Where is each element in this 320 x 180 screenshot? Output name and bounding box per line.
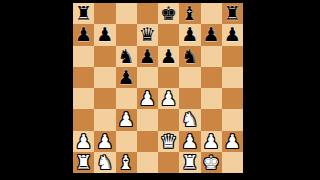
square-c5[interactable]: ♟ <box>116 67 137 88</box>
piece-black-rook: ♜ <box>75 3 92 24</box>
square-b3[interactable] <box>94 109 115 130</box>
piece-black-queen: ♛ <box>139 24 156 45</box>
square-d2[interactable] <box>137 131 158 152</box>
piece-black-king: ♚ <box>160 3 177 24</box>
square-f3[interactable]: ♞ <box>179 109 200 130</box>
square-d1[interactable] <box>137 152 158 173</box>
square-f1[interactable]: ♜ <box>179 152 200 173</box>
piece-black-pawn: ♟ <box>139 46 156 67</box>
square-c7[interactable] <box>116 24 137 45</box>
square-d7[interactable]: ♛ <box>137 24 158 45</box>
square-a2[interactable]: ♟ <box>73 131 94 152</box>
piece-black-pawn: ♟ <box>203 24 220 45</box>
square-a3[interactable] <box>73 109 94 130</box>
square-g8[interactable] <box>201 3 222 24</box>
square-b5[interactable] <box>94 67 115 88</box>
square-d4[interactable]: ♟ <box>137 88 158 109</box>
square-f6[interactable]: ♞ <box>179 46 200 67</box>
square-f4[interactable] <box>179 88 200 109</box>
square-h8[interactable]: ♜ <box>222 3 243 24</box>
piece-white-pawn: ♟ <box>203 131 220 152</box>
piece-white-rook: ♜ <box>75 152 92 173</box>
square-g7[interactable]: ♟ <box>201 24 222 45</box>
piece-white-queen: ♛ <box>160 131 177 152</box>
square-f8[interactable]: ♝ <box>179 3 200 24</box>
square-c3[interactable]: ♟ <box>116 109 137 130</box>
square-b8[interactable] <box>94 3 115 24</box>
piece-black-pawn: ♟ <box>160 46 177 67</box>
square-c4[interactable] <box>116 88 137 109</box>
square-g3[interactable] <box>201 109 222 130</box>
square-c8[interactable] <box>116 3 137 24</box>
piece-white-pawn: ♟ <box>96 131 113 152</box>
piece-white-king: ♚ <box>203 152 220 173</box>
piece-black-pawn: ♟ <box>224 24 241 45</box>
piece-black-knight: ♞ <box>118 46 135 67</box>
square-a5[interactable] <box>73 67 94 88</box>
square-h1[interactable] <box>222 152 243 173</box>
square-b1[interactable]: ♞ <box>94 152 115 173</box>
square-c2[interactable] <box>116 131 137 152</box>
piece-black-pawn: ♟ <box>181 24 198 45</box>
piece-white-bishop: ♝ <box>118 152 135 173</box>
square-g5[interactable] <box>201 67 222 88</box>
piece-white-pawn: ♟ <box>139 88 156 109</box>
piece-white-pawn: ♟ <box>75 131 92 152</box>
square-e3[interactable] <box>158 109 179 130</box>
square-e1[interactable] <box>158 152 179 173</box>
square-e7[interactable] <box>158 24 179 45</box>
piece-white-pawn: ♟ <box>224 131 241 152</box>
square-b6[interactable] <box>94 46 115 67</box>
square-a8[interactable]: ♜ <box>73 3 94 24</box>
square-e5[interactable] <box>158 67 179 88</box>
square-c6[interactable]: ♞ <box>116 46 137 67</box>
square-d6[interactable]: ♟ <box>137 46 158 67</box>
piece-black-pawn: ♟ <box>96 24 113 45</box>
square-h4[interactable] <box>222 88 243 109</box>
square-d3[interactable] <box>137 109 158 130</box>
square-d8[interactable] <box>137 3 158 24</box>
square-d5[interactable] <box>137 67 158 88</box>
square-e4[interactable]: ♟ <box>158 88 179 109</box>
square-b7[interactable]: ♟ <box>94 24 115 45</box>
square-f7[interactable]: ♟ <box>179 24 200 45</box>
piece-white-knight: ♞ <box>181 109 198 130</box>
piece-white-pawn: ♟ <box>160 88 177 109</box>
chess-board: ♜♚♝♜♟♟♛♟♟♟♞♟♟♞♟♟♟♟♞♟♟♛♟♟♟♜♞♝♜♚ <box>73 3 243 173</box>
piece-white-knight: ♞ <box>96 152 113 173</box>
piece-white-rook: ♜ <box>181 152 198 173</box>
square-g6[interactable] <box>201 46 222 67</box>
square-g2[interactable]: ♟ <box>201 131 222 152</box>
square-a4[interactable] <box>73 88 94 109</box>
square-b2[interactable]: ♟ <box>94 131 115 152</box>
piece-black-pawn: ♟ <box>118 67 135 88</box>
square-g1[interactable]: ♚ <box>201 152 222 173</box>
square-h3[interactable] <box>222 109 243 130</box>
square-e6[interactable]: ♟ <box>158 46 179 67</box>
square-h2[interactable]: ♟ <box>222 131 243 152</box>
piece-black-bishop: ♝ <box>181 3 198 24</box>
chess-screenshot: ♜♚♝♜♟♟♛♟♟♟♞♟♟♞♟♟♟♟♞♟♟♛♟♟♟♜♞♝♜♚ <box>0 0 320 180</box>
square-a7[interactable]: ♟ <box>73 24 94 45</box>
square-c1[interactable]: ♝ <box>116 152 137 173</box>
piece-black-knight: ♞ <box>181 46 198 67</box>
square-a6[interactable] <box>73 46 94 67</box>
square-e2[interactable]: ♛ <box>158 131 179 152</box>
square-h5[interactable] <box>222 67 243 88</box>
square-e8[interactable]: ♚ <box>158 3 179 24</box>
square-h7[interactable]: ♟ <box>222 24 243 45</box>
piece-black-pawn: ♟ <box>75 24 92 45</box>
square-f2[interactable]: ♟ <box>179 131 200 152</box>
piece-black-rook: ♜ <box>224 3 241 24</box>
square-g4[interactable] <box>201 88 222 109</box>
piece-white-pawn: ♟ <box>181 131 198 152</box>
square-a1[interactable]: ♜ <box>73 152 94 173</box>
square-b4[interactable] <box>94 88 115 109</box>
piece-white-pawn: ♟ <box>118 109 135 130</box>
square-f5[interactable] <box>179 67 200 88</box>
square-h6[interactable] <box>222 46 243 67</box>
